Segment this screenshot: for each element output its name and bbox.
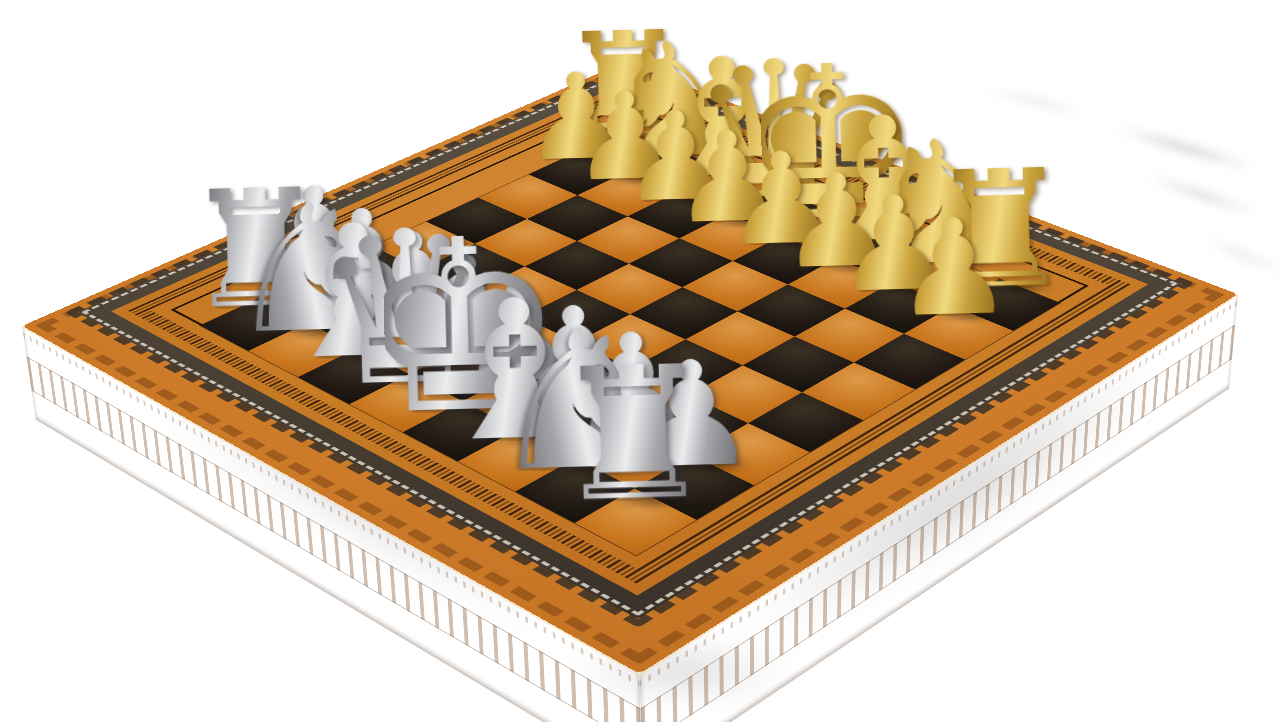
scene-tilt: ♜♞♝♛♚♝♞♜♟♟♟♟♟♟♟♟♟♟♟♟♟♟♟♟♜♞♝♛♚♝♞♜ [0,0,1280,722]
chess-set-photo: ♜♞♝♛♚♝♞♜♟♟♟♟♟♟♟♟♟♟♟♟♟♟♟♟♜♞♝♛♚♝♞♜ [0,0,1280,722]
stage: ♜♞♝♛♚♝♞♜♟♟♟♟♟♟♟♟♟♟♟♟♟♟♟♟♜♞♝♛♚♝♞♜ [0,0,1280,722]
board-3d: ♜♞♝♛♚♝♞♜♟♟♟♟♟♟♟♟♟♟♟♟♟♟♟♟♜♞♝♛♚♝♞♜ [22,62,1238,673]
piece-white-rook-h1[interactable]: ♜ [551,317,714,503]
piece-black-pawn-h7[interactable]: ♟ [880,181,1026,317]
